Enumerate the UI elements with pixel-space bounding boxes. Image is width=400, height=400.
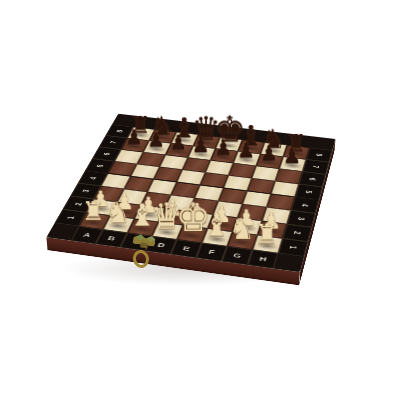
brass-clasp-icon [128, 233, 162, 271]
square-b5 [131, 164, 160, 179]
square-g6 [252, 166, 280, 181]
product-photo: ♜♞♝♛♚♝♞♜♟♟♟♟♟♟♟♟♟♟♟♟♟♟♟♟♜♞♝♛♚♝♞♜ ABCDEFG… [0, 0, 400, 400]
rank-label-right-4: 4 [291, 197, 319, 213]
square-b6 [137, 152, 165, 167]
file-label-a: A [71, 226, 103, 244]
file-label-b: B [95, 230, 127, 248]
chess-board: ♜♞♝♛♚♝♞♜♟♟♟♟♟♟♟♟♟♟♟♟♟♟♟♟♜♞♝♛♚♝♞♜ ABCDEFG… [46, 114, 335, 272]
rank-label-right-6: 6 [299, 172, 326, 187]
file-label-h: H [248, 250, 279, 269]
piece-black-pawn: ♟ [278, 147, 307, 166]
piece-white-rook: ♜ [251, 222, 283, 247]
